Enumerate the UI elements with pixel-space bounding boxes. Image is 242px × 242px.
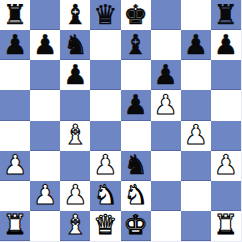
black-rook[interactable]: ♜ [3, 1, 27, 28]
square-e2[interactable]: ♞ [121, 181, 151, 211]
square-h7[interactable]: ♟ [211, 30, 241, 60]
square-e6[interactable] [121, 60, 151, 90]
square-e4[interactable] [121, 121, 151, 151]
black-pawn[interactable]: ♟ [123, 91, 147, 118]
black-bishop[interactable]: ♝ [123, 31, 147, 58]
white-pawn[interactable]: ♟ [184, 121, 208, 148]
square-d8[interactable]: ♛ [90, 0, 120, 30]
square-e7[interactable]: ♝ [121, 30, 151, 60]
square-a1[interactable]: ♜ [0, 211, 30, 241]
square-b2[interactable]: ♟ [30, 181, 60, 211]
square-a4[interactable] [0, 121, 30, 151]
square-a2[interactable] [0, 181, 30, 211]
square-h1[interactable]: ♜ [211, 211, 241, 241]
square-e3[interactable]: ♞ [121, 151, 151, 181]
square-h5[interactable] [211, 90, 241, 120]
chess-board: ♜♝♛♚♜♟♟♞♝♟♟♟♟♟♟♝♟♟♟♞♟♟♟♞♞♜♝♛♚♜ [0, 0, 242, 242]
black-pawn[interactable]: ♟ [33, 31, 57, 58]
square-a8[interactable]: ♜ [0, 0, 30, 30]
square-c6[interactable]: ♟ [60, 60, 90, 90]
square-h3[interactable]: ♟ [211, 151, 241, 181]
square-h2[interactable] [211, 181, 241, 211]
square-g5[interactable] [181, 90, 211, 120]
square-h6[interactable] [211, 60, 241, 90]
square-c3[interactable] [60, 151, 90, 181]
square-g1[interactable] [181, 211, 211, 241]
square-c1[interactable]: ♝ [60, 211, 90, 241]
black-pawn[interactable]: ♟ [214, 31, 238, 58]
square-c8[interactable]: ♝ [60, 0, 90, 30]
square-c5[interactable] [60, 90, 90, 120]
white-knight[interactable]: ♞ [93, 181, 117, 208]
square-f1[interactable] [151, 211, 181, 241]
square-g8[interactable] [181, 0, 211, 30]
square-g4[interactable]: ♟ [181, 121, 211, 151]
square-b6[interactable] [30, 60, 60, 90]
square-d6[interactable] [90, 60, 120, 90]
square-h4[interactable] [211, 121, 241, 151]
white-pawn[interactable]: ♟ [63, 181, 87, 208]
square-e1[interactable]: ♚ [121, 211, 151, 241]
white-rook[interactable]: ♜ [3, 211, 27, 238]
square-c2[interactable]: ♟ [60, 181, 90, 211]
black-pawn[interactable]: ♟ [184, 31, 208, 58]
square-b4[interactable] [30, 121, 60, 151]
white-knight[interactable]: ♞ [123, 181, 147, 208]
black-queen[interactable]: ♛ [93, 1, 117, 28]
square-f7[interactable] [151, 30, 181, 60]
square-c4[interactable]: ♝ [60, 121, 90, 151]
square-d5[interactable] [90, 90, 120, 120]
square-a5[interactable] [0, 90, 30, 120]
white-pawn[interactable]: ♟ [93, 151, 117, 178]
white-pawn[interactable]: ♟ [3, 151, 27, 178]
square-f4[interactable] [151, 121, 181, 151]
white-bishop[interactable]: ♝ [63, 211, 87, 238]
white-rook[interactable]: ♜ [214, 211, 238, 238]
square-g3[interactable] [181, 151, 211, 181]
square-d4[interactable] [90, 121, 120, 151]
square-a7[interactable]: ♟ [0, 30, 30, 60]
black-rook[interactable]: ♜ [214, 1, 238, 28]
white-king[interactable]: ♚ [123, 211, 147, 238]
square-g7[interactable]: ♟ [181, 30, 211, 60]
square-a6[interactable] [0, 60, 30, 90]
square-f5[interactable]: ♟ [151, 90, 181, 120]
square-g2[interactable] [181, 181, 211, 211]
square-d1[interactable]: ♛ [90, 211, 120, 241]
square-c7[interactable]: ♞ [60, 30, 90, 60]
square-h8[interactable]: ♜ [211, 0, 241, 30]
square-e5[interactable]: ♟ [121, 90, 151, 120]
square-a3[interactable]: ♟ [0, 151, 30, 181]
white-bishop[interactable]: ♝ [63, 121, 87, 148]
black-king[interactable]: ♚ [123, 1, 147, 28]
square-b3[interactable] [30, 151, 60, 181]
square-f2[interactable] [151, 181, 181, 211]
square-f6[interactable]: ♟ [151, 60, 181, 90]
black-knight[interactable]: ♞ [63, 31, 87, 58]
square-d2[interactable]: ♞ [90, 181, 120, 211]
square-b7[interactable]: ♟ [30, 30, 60, 60]
square-f8[interactable] [151, 0, 181, 30]
white-pawn[interactable]: ♟ [33, 181, 57, 208]
black-pawn[interactable]: ♟ [154, 61, 178, 88]
square-b8[interactable] [30, 0, 60, 30]
black-pawn[interactable]: ♟ [63, 61, 87, 88]
black-pawn[interactable]: ♟ [3, 31, 27, 58]
square-g6[interactable] [181, 60, 211, 90]
black-bishop[interactable]: ♝ [63, 1, 87, 28]
black-knight[interactable]: ♞ [123, 151, 147, 178]
square-f3[interactable] [151, 151, 181, 181]
white-pawn[interactable]: ♟ [214, 151, 238, 178]
square-b5[interactable] [30, 90, 60, 120]
square-e8[interactable]: ♚ [121, 0, 151, 30]
square-b1[interactable] [30, 211, 60, 241]
square-d7[interactable] [90, 30, 120, 60]
square-d3[interactable]: ♟ [90, 151, 120, 181]
white-queen[interactable]: ♛ [93, 211, 117, 238]
white-pawn[interactable]: ♟ [154, 91, 178, 118]
